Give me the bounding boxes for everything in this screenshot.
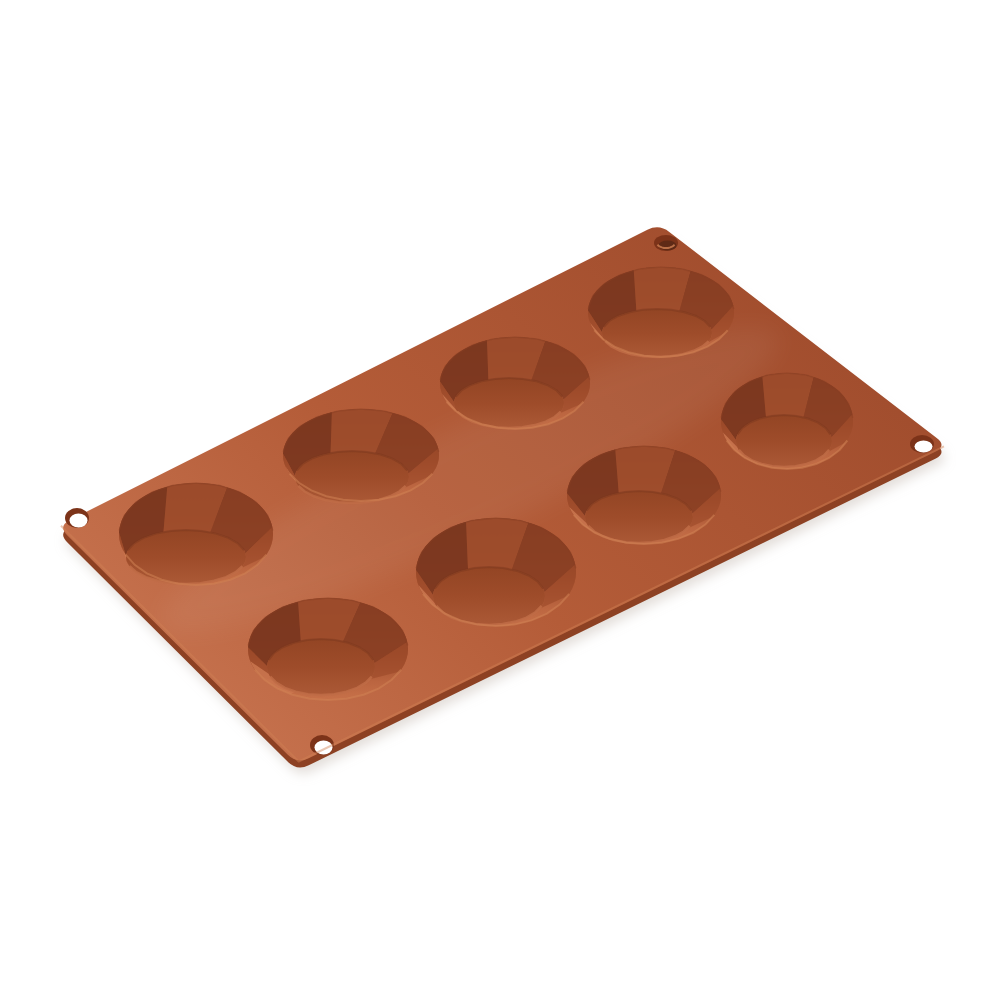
cavity-7 [567, 446, 721, 544]
cavity-3 [440, 337, 590, 429]
cavity-1 [119, 483, 273, 585]
corner-hole-3 [910, 435, 934, 453]
cavity-8 [721, 373, 853, 469]
hole-opening [70, 514, 88, 528]
product-photo [0, 0, 1000, 1000]
corner-hole-2 [654, 235, 678, 251]
corner-hole-1 [65, 508, 89, 528]
cavity-6 [416, 518, 576, 626]
hole-opening [915, 441, 933, 453]
cavity-4 [588, 267, 734, 357]
silicone-mold-illustration [0, 0, 1000, 1000]
cavity-5 [248, 598, 408, 700]
